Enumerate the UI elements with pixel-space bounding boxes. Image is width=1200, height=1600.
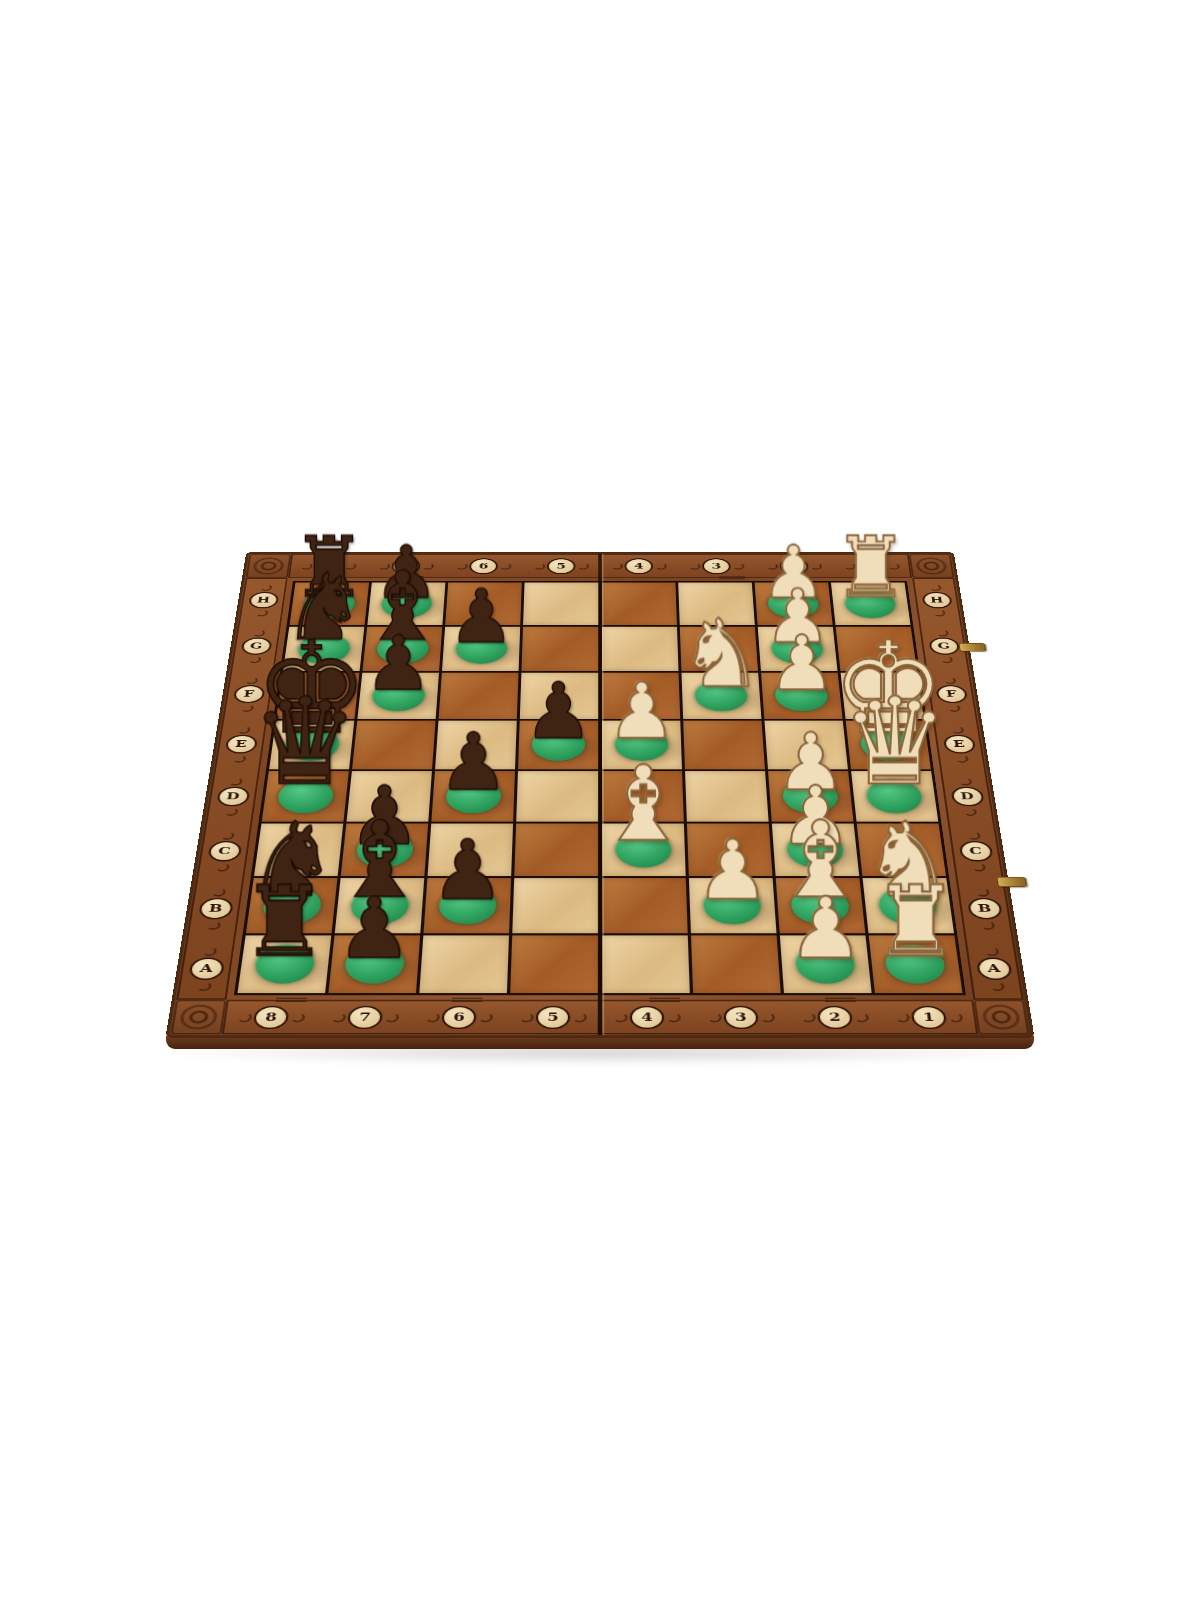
white-pawn-glyph: ♟ — [788, 888, 864, 968]
square-f4[interactable] — [601, 673, 679, 719]
rank-label-8: 8 — [252, 1005, 289, 1028]
square-h4[interactable] — [601, 583, 676, 626]
rank-label-4: 4 — [625, 558, 654, 574]
rank-label-2: 2 — [817, 1005, 853, 1028]
square-g7[interactable] — [363, 627, 443, 671]
black-pawn-glyph: ♟ — [337, 888, 413, 968]
square-h3[interactable] — [678, 583, 755, 626]
square-g8[interactable] — [283, 627, 364, 671]
square-h6[interactable] — [445, 583, 522, 626]
rank-label-cell: 5 — [522, 558, 600, 574]
rank-label-5: 5 — [547, 558, 576, 574]
square-f6[interactable] — [439, 673, 519, 719]
square-h8[interactable] — [289, 583, 369, 626]
product-photo-page: { "game": "chess", "scene": "wooden fold… — [0, 0, 1200, 1600]
square-g6[interactable] — [442, 627, 520, 671]
square-h5[interactable] — [523, 583, 598, 626]
brass-clasp-lower — [996, 877, 1027, 887]
rank-label-7: 7 — [347, 1005, 383, 1028]
rank-label-4: 4 — [630, 1005, 665, 1028]
maker-mark — [276, 998, 307, 1003]
rank-label-cell: 8 — [222, 1005, 319, 1028]
frame-corner-ornament — [170, 1000, 226, 1035]
rank-label-cell: 4 — [600, 558, 678, 574]
square-g3[interactable] — [679, 627, 757, 671]
square-g4[interactable] — [601, 627, 678, 671]
square-h2[interactable] — [754, 583, 832, 626]
square-h1[interactable] — [831, 583, 911, 626]
rank-label-cell: 3 — [694, 1005, 789, 1028]
square-f3[interactable] — [681, 673, 761, 719]
rank-label-6: 6 — [469, 558, 498, 574]
rank-label-cell: 5 — [506, 1005, 600, 1028]
square-g1[interactable] — [836, 627, 917, 671]
maker-mark — [825, 998, 856, 1003]
square-h7[interactable] — [367, 583, 445, 626]
square-g2[interactable] — [757, 627, 837, 671]
chess-board: 87654321 87654321 HGFEDCBA HGFEDCBA ♜♟♟♜… — [165, 552, 1034, 1037]
rank-label-cell: 6 — [411, 1005, 506, 1028]
scene: 87654321 87654321 HGFEDCBA HGFEDCBA ♜♟♟♜… — [0, 0, 1200, 1600]
rank-label-cell: 2 — [787, 1005, 883, 1028]
rank-label-3: 3 — [723, 1005, 759, 1028]
maker-mark — [452, 998, 483, 1003]
rank-label-cell: 7 — [317, 1005, 413, 1028]
rank-label-3: 3 — [702, 558, 731, 574]
square-f5[interactable] — [520, 673, 598, 719]
rank-label-6: 6 — [441, 1005, 477, 1028]
rank-label-1: 1 — [910, 1005, 947, 1028]
brass-clasp-upper — [958, 643, 986, 651]
board-front-edge — [166, 1036, 1034, 1049]
maker-mark — [649, 998, 680, 1003]
square-g5[interactable] — [522, 627, 599, 671]
rank-label-cell: 1 — [881, 1005, 978, 1028]
frame-corner-ornament — [973, 1000, 1029, 1035]
rank-label-cell: 4 — [600, 1005, 694, 1028]
rank-label-5: 5 — [536, 1005, 571, 1028]
